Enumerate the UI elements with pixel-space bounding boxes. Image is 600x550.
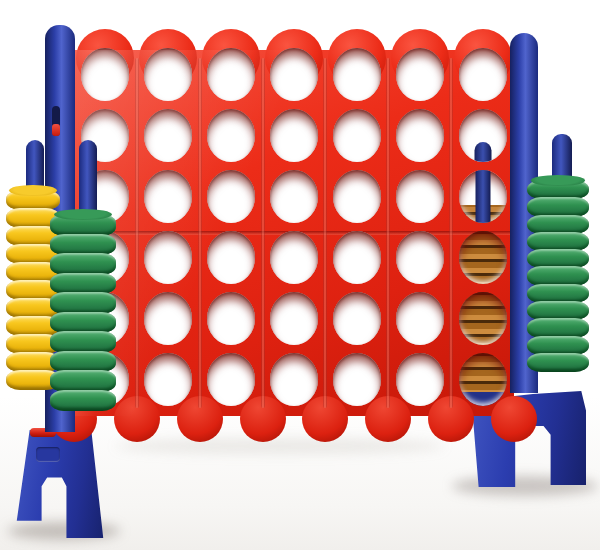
product-photo-giant-connect-four bbox=[0, 0, 600, 550]
board-hole-c5r2 bbox=[333, 109, 381, 162]
board-hole-c3r1 bbox=[207, 48, 255, 101]
board-cell-c1r1[interactable] bbox=[74, 44, 137, 105]
board-hole-c6r3 bbox=[396, 170, 444, 223]
board-hole-c7r3 bbox=[459, 170, 507, 223]
left-post-red-slider[interactable] bbox=[52, 124, 60, 136]
board-hole-c5r5 bbox=[333, 292, 381, 345]
board-cell-c7r2[interactable] bbox=[451, 105, 514, 166]
board-cell-c4r6[interactable] bbox=[263, 349, 326, 410]
board-cell-c6r5[interactable] bbox=[388, 288, 451, 349]
green-disc[interactable] bbox=[50, 234, 116, 256]
board-hole-c4r3 bbox=[270, 170, 318, 223]
board-hole-c2r1 bbox=[144, 48, 192, 101]
board-cell-c6r3[interactable] bbox=[388, 166, 451, 227]
board-hole-c5r6 bbox=[333, 353, 381, 406]
green-disc[interactable] bbox=[50, 312, 116, 334]
board-hole-c4r1 bbox=[270, 48, 318, 101]
board-hole-c4r2 bbox=[270, 109, 318, 162]
board-cell-c2r1[interactable] bbox=[137, 44, 200, 105]
board-hole-c3r5 bbox=[207, 292, 255, 345]
board-cell-c6r6[interactable] bbox=[388, 349, 451, 410]
board-cell-c7r3[interactable] bbox=[451, 166, 514, 227]
board-cell-c6r2[interactable] bbox=[388, 105, 451, 166]
board-cell-c5r4[interactable] bbox=[325, 227, 388, 288]
green-disc[interactable] bbox=[50, 370, 116, 392]
board-cell-c3r6[interactable] bbox=[200, 349, 263, 410]
board-cell-c5r6[interactable] bbox=[325, 349, 388, 410]
board-cell-c2r3[interactable] bbox=[137, 166, 200, 227]
board-cell-c3r5[interactable] bbox=[200, 288, 263, 349]
embossed-logo-badge bbox=[36, 447, 60, 462]
green-disc[interactable] bbox=[50, 390, 116, 412]
board-hole-c4r5 bbox=[270, 292, 318, 345]
board-cell-c4r5[interactable] bbox=[263, 288, 326, 349]
board-cell-c4r2[interactable] bbox=[263, 105, 326, 166]
green-disc[interactable] bbox=[50, 253, 116, 275]
board-hole-c6r1 bbox=[396, 48, 444, 101]
board-hole-c1r1 bbox=[81, 48, 129, 101]
board-cell-c2r5[interactable] bbox=[137, 288, 200, 349]
board-hole-c2r5 bbox=[144, 292, 192, 345]
board-hole-c6r4 bbox=[396, 231, 444, 284]
board-hole-c5r1 bbox=[333, 48, 381, 101]
board-hole-c3r4 bbox=[207, 231, 255, 284]
board-cell-c3r4[interactable] bbox=[200, 227, 263, 288]
board-cell-c3r2[interactable] bbox=[200, 105, 263, 166]
green-disc[interactable] bbox=[527, 353, 589, 372]
board-cell-c7r1[interactable] bbox=[451, 44, 514, 105]
board-cell-c3r1[interactable] bbox=[200, 44, 263, 105]
green-disc-stack-left[interactable] bbox=[50, 214, 116, 411]
board-hole-c5r3 bbox=[333, 170, 381, 223]
board-hole-c7r6 bbox=[459, 353, 507, 406]
green-disc[interactable] bbox=[527, 318, 589, 337]
green-disc[interactable] bbox=[50, 351, 116, 373]
board-cell-c7r4[interactable] bbox=[451, 227, 514, 288]
board-cell-c5r1[interactable] bbox=[325, 44, 388, 105]
board-hole-c3r3 bbox=[207, 170, 255, 223]
board-cell-c5r3[interactable] bbox=[325, 166, 388, 227]
board-hole-c2r3 bbox=[144, 170, 192, 223]
board-hole-c4r4 bbox=[270, 231, 318, 284]
board-grid bbox=[74, 44, 514, 410]
board-cell-c5r2[interactable] bbox=[325, 105, 388, 166]
board-cell-c7r6[interactable] bbox=[451, 349, 514, 410]
board-hole-c5r4 bbox=[333, 231, 381, 284]
board-hole-c2r4 bbox=[144, 231, 192, 284]
board-hole-c3r2 bbox=[207, 109, 255, 162]
green-disc-stack-right[interactable] bbox=[527, 180, 589, 372]
board-cell-c4r1[interactable] bbox=[263, 44, 326, 105]
board-cell-c3r3[interactable] bbox=[200, 166, 263, 227]
board-cell-c2r2[interactable] bbox=[137, 105, 200, 166]
board-cell-c2r4[interactable] bbox=[137, 227, 200, 288]
green-disc[interactable] bbox=[527, 197, 589, 216]
board-cell-c5r5[interactable] bbox=[325, 288, 388, 349]
green-disc[interactable] bbox=[50, 292, 116, 314]
board-cell-c6r4[interactable] bbox=[388, 227, 451, 288]
yellow-disc[interactable] bbox=[6, 190, 60, 210]
green-disc[interactable] bbox=[527, 266, 589, 285]
green-disc[interactable] bbox=[50, 331, 116, 353]
board-hole-c6r6 bbox=[396, 353, 444, 406]
board-hole-c4r6 bbox=[270, 353, 318, 406]
board-cell-c6r1[interactable] bbox=[388, 44, 451, 105]
board-hole-c2r2 bbox=[144, 109, 192, 162]
board-hole-c6r5 bbox=[396, 292, 444, 345]
green-disc[interactable] bbox=[50, 214, 116, 236]
green-disc[interactable] bbox=[50, 273, 116, 295]
board-cell-c7r5[interactable] bbox=[451, 288, 514, 349]
board-hole-c7r1 bbox=[459, 48, 507, 101]
board-hole-c2r6 bbox=[144, 353, 192, 406]
board-hole-c3r6 bbox=[207, 353, 255, 406]
green-disc[interactable] bbox=[527, 215, 589, 234]
board bbox=[74, 50, 514, 416]
board-hole-c7r5 bbox=[459, 292, 507, 345]
board-cell-c4r4[interactable] bbox=[263, 227, 326, 288]
board-cell-c2r6[interactable] bbox=[137, 349, 200, 410]
board-hole-c6r2 bbox=[396, 109, 444, 162]
board-hole-c7r4 bbox=[459, 231, 507, 284]
board-cell-c4r3[interactable] bbox=[263, 166, 326, 227]
board-hole-c7r2 bbox=[459, 109, 507, 162]
left-foot-shadow bbox=[8, 522, 120, 540]
